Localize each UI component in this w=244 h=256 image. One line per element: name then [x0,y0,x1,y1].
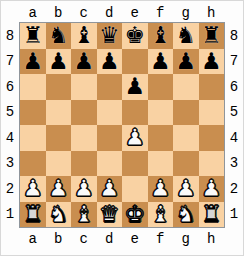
square-g3[interactable] [173,151,199,177]
square-d1[interactable]: ♛ [97,202,123,228]
file-labels-top: abcdefgh [1,1,243,22]
rank-label-right-6: 6 [225,74,243,100]
square-h2[interactable]: ♟ [199,176,225,202]
file-label-top-f: f [148,6,174,21]
black-pawn-icon: ♟ [148,49,174,75]
square-d4[interactable] [97,125,123,151]
white-bishop-icon: ♝ [148,202,174,228]
square-e7[interactable] [122,49,148,75]
square-b7[interactable]: ♟ [46,49,72,75]
square-e1[interactable]: ♚ [122,202,148,228]
rank-label-right-7: 7 [225,49,243,75]
black-pawn-icon: ♟ [20,49,46,75]
square-c3[interactable] [71,151,97,177]
white-king-icon: ♚ [122,202,148,228]
square-e6[interactable]: ♟ [122,74,148,100]
square-g5[interactable] [173,100,199,126]
square-f3[interactable] [148,151,174,177]
file-label-top-h: h [199,6,225,21]
file-label-bottom-d: d [97,232,123,247]
square-f4[interactable] [148,125,174,151]
square-d2[interactable]: ♟ [97,176,123,202]
white-queen-icon: ♛ [97,202,123,228]
white-pawn-icon: ♟ [122,125,148,151]
file-label-bottom-b: b [46,232,72,247]
square-b6[interactable] [46,74,72,100]
file-label-top-d: d [97,6,123,21]
white-pawn-icon: ♟ [148,176,174,202]
square-c4[interactable] [71,125,97,151]
square-h3[interactable] [199,151,225,177]
square-a2[interactable]: ♟ [20,176,46,202]
chess-diagram: abcdefgh 87654321 ♜♞♝♛♚♝♞♜♟♟♟♟♟♟♟♟♟♟♟♟♟♟… [0,0,244,256]
square-f5[interactable] [148,100,174,126]
file-label-top-a: a [20,6,46,21]
white-pawn-icon: ♟ [199,176,225,202]
square-a1[interactable]: ♜ [20,202,46,228]
black-pawn-icon: ♟ [71,49,97,75]
square-g8[interactable]: ♞ [173,23,199,49]
square-a8[interactable]: ♜ [20,23,46,49]
rank-label-right-5: 5 [225,100,243,126]
black-pawn-icon: ♟ [122,74,148,100]
black-queen-icon: ♛ [97,23,123,49]
square-d7[interactable]: ♟ [97,49,123,75]
square-g1[interactable]: ♞ [173,202,199,228]
rank-labels-left: 87654321 [1,22,19,228]
rank-label-right-3: 3 [225,151,243,177]
file-label-top-g: g [173,6,199,21]
white-knight-icon: ♞ [46,202,72,228]
rank-label-left-3: 3 [1,151,19,177]
square-b8[interactable]: ♞ [46,23,72,49]
rank-label-left-7: 7 [1,49,19,75]
square-d3[interactable] [97,151,123,177]
square-f7[interactable]: ♟ [148,49,174,75]
black-pawn-icon: ♟ [97,49,123,75]
file-label-bottom-f: f [148,232,174,247]
square-h7[interactable]: ♟ [199,49,225,75]
square-f2[interactable]: ♟ [148,176,174,202]
square-g2[interactable]: ♟ [173,176,199,202]
square-h4[interactable] [199,125,225,151]
file-label-bottom-g: g [173,232,199,247]
black-pawn-icon: ♟ [173,49,199,75]
white-pawn-icon: ♟ [46,176,72,202]
white-pawn-icon: ♟ [97,176,123,202]
black-pawn-icon: ♟ [46,49,72,75]
square-e3[interactable] [122,151,148,177]
square-e5[interactable] [122,100,148,126]
rank-label-right-1: 1 [225,202,243,228]
white-bishop-icon: ♝ [71,202,97,228]
square-d5[interactable] [97,100,123,126]
rank-label-left-4: 4 [1,125,19,151]
rank-label-right-8: 8 [225,23,243,49]
square-c7[interactable]: ♟ [71,49,97,75]
file-label-top-e: e [122,6,148,21]
black-knight-icon: ♞ [46,23,72,49]
square-d8[interactable]: ♛ [97,23,123,49]
square-b2[interactable]: ♟ [46,176,72,202]
square-c5[interactable] [71,100,97,126]
white-pawn-icon: ♟ [71,176,97,202]
rank-label-left-8: 8 [1,23,19,49]
rank-label-right-2: 2 [225,176,243,202]
file-label-bottom-e: e [122,232,148,247]
square-a7[interactable]: ♟ [20,49,46,75]
file-label-top-b: b [46,6,72,21]
board: ♜♞♝♛♚♝♞♜♟♟♟♟♟♟♟♟♟♟♟♟♟♟♟♟♜♞♝♛♚♝♞♜ [19,22,225,228]
square-h1[interactable]: ♜ [199,202,225,228]
square-a3[interactable] [20,151,46,177]
square-b1[interactable]: ♞ [46,202,72,228]
rank-label-left-5: 5 [1,100,19,126]
square-h6[interactable] [199,74,225,100]
black-rook-icon: ♜ [20,23,46,49]
square-b5[interactable] [46,100,72,126]
square-c2[interactable]: ♟ [71,176,97,202]
square-c8[interactable]: ♝ [71,23,97,49]
square-h8[interactable]: ♜ [199,23,225,49]
square-f8[interactable]: ♝ [148,23,174,49]
board-middle: 87654321 ♜♞♝♛♚♝♞♜♟♟♟♟♟♟♟♟♟♟♟♟♟♟♟♟♜♞♝♛♚♝♞… [1,22,243,228]
black-bishop-icon: ♝ [148,23,174,49]
square-g4[interactable] [173,125,199,151]
square-a5[interactable] [20,100,46,126]
black-rook-icon: ♜ [199,23,225,49]
file-label-bottom-h: h [199,232,225,247]
square-e8[interactable]: ♚ [122,23,148,49]
square-h5[interactable] [199,100,225,126]
black-knight-icon: ♞ [173,23,199,49]
rank-label-left-2: 2 [1,176,19,202]
square-c6[interactable] [71,74,97,100]
square-f1[interactable]: ♝ [148,202,174,228]
file-label-bottom-a: a [20,232,46,247]
square-g6[interactable] [173,74,199,100]
square-e2[interactable] [122,176,148,202]
white-rook-icon: ♜ [199,202,225,228]
black-king-icon: ♚ [122,23,148,49]
square-e4[interactable]: ♟ [122,125,148,151]
black-pawn-icon: ♟ [199,49,225,75]
square-b3[interactable] [46,151,72,177]
file-labels-bottom: abcdefgh [1,228,243,250]
white-knight-icon: ♞ [173,202,199,228]
white-rook-icon: ♜ [20,202,46,228]
square-f6[interactable] [148,74,174,100]
square-d6[interactable] [97,74,123,100]
rank-label-right-4: 4 [225,125,243,151]
rank-label-left-1: 1 [1,202,19,228]
square-b4[interactable] [46,125,72,151]
rank-label-left-6: 6 [1,74,19,100]
rank-labels-right: 87654321 [225,22,243,228]
file-label-bottom-c: c [71,232,97,247]
square-c1[interactable]: ♝ [71,202,97,228]
black-bishop-icon: ♝ [71,23,97,49]
file-label-top-c: c [71,6,97,21]
square-g7[interactable]: ♟ [173,49,199,75]
square-a4[interactable] [20,125,46,151]
square-a6[interactable] [20,74,46,100]
white-pawn-icon: ♟ [173,176,199,202]
white-pawn-icon: ♟ [20,176,46,202]
